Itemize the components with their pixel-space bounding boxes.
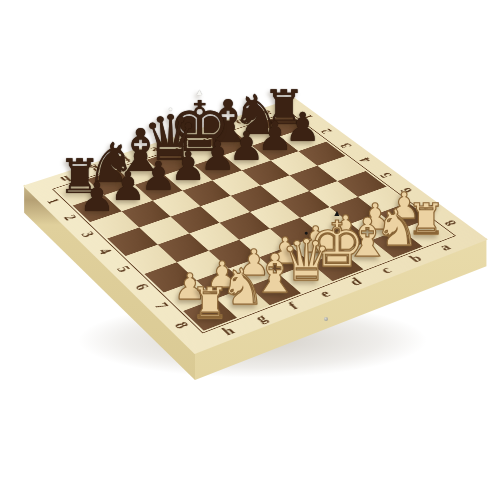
label-file-top-d: d <box>177 136 192 145</box>
label-file-bottom-h: h <box>220 325 238 337</box>
label-rank-left-2: 2 <box>61 213 79 221</box>
hinge-screw <box>324 317 328 321</box>
white-spike-finial: ▲ <box>195 87 204 96</box>
label-file-bottom-g: g <box>253 313 270 325</box>
label-file-bottom-a: a <box>437 242 454 252</box>
label-file-bottom-e: e <box>317 289 333 300</box>
label-file-top-g: g <box>89 164 103 173</box>
label-rank-left-7: 7 <box>151 301 170 311</box>
label-file-top-a: a <box>261 109 275 117</box>
label-file-top-f: f <box>120 155 132 163</box>
label-file-bottom-b: b <box>407 253 425 264</box>
label-file-bottom-f: f <box>286 301 300 311</box>
label-rank-right-8: 8 <box>442 218 460 227</box>
label-file-top-e: e <box>149 145 162 153</box>
label-rank-left-6: 6 <box>132 282 151 292</box>
label-file-top-h: h <box>58 174 73 183</box>
label-rank-right-7: 7 <box>420 202 438 210</box>
label-rank-left-4: 4 <box>95 247 114 256</box>
label-rank-left-5: 5 <box>114 264 133 273</box>
label-file-top-c: c <box>206 127 220 135</box>
label-rank-right-2: 2 <box>318 127 334 134</box>
label-file-bottom-d: d <box>347 276 365 287</box>
label-file-bottom-c: c <box>378 265 394 275</box>
label-rank-right-5: 5 <box>378 171 395 179</box>
label-rank-right-6: 6 <box>398 186 415 194</box>
label-rank-right-3: 3 <box>338 142 355 149</box>
label-rank-left-1: 1 <box>44 197 62 205</box>
label-rank-right-4: 4 <box>357 156 374 164</box>
white-ball-finial: ● <box>168 106 172 113</box>
label-rank-right-1: 1 <box>300 114 316 121</box>
label-rank-left-3: 3 <box>78 230 96 239</box>
product-photo-scene: hhggffeeddccbbaa1122334455667788 ♜♞♝●♛▲♚… <box>0 0 500 500</box>
label-file-top-b: b <box>233 118 248 126</box>
label-rank-left-8: 8 <box>171 320 191 330</box>
